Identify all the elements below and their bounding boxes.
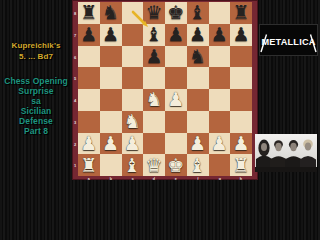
- square-a3: [78, 111, 100, 133]
- black-pawn: ♟: [189, 25, 206, 44]
- square-c2: ♟: [122, 133, 144, 155]
- metallica-logo-text: METALLICA: [261, 37, 315, 47]
- square-g3: [209, 111, 231, 133]
- white-king: ♚: [167, 156, 184, 175]
- black-king: ♚: [167, 3, 184, 22]
- caption-panel: Kupreichik's 5. ... Bd7 Chess Opening Su…: [0, 0, 72, 180]
- square-e3: [165, 111, 187, 133]
- square-a4: [78, 89, 100, 111]
- file-label-e: e: [168, 177, 184, 180]
- white-knight: ♞: [146, 90, 163, 109]
- rank-label-4: 4: [73, 91, 78, 108]
- white-pawn: ♟: [167, 90, 184, 109]
- rank-label-2: 2: [73, 135, 78, 152]
- caption-move: 5. ... Bd7: [0, 51, 72, 62]
- square-a2: ♟: [78, 133, 100, 155]
- square-g4: [209, 89, 231, 111]
- white-pawn: ♟: [211, 134, 228, 153]
- file-label-f: f: [189, 177, 205, 180]
- square-h7: ♟: [230, 24, 252, 46]
- white-queen: ♛: [146, 156, 163, 175]
- square-h3: [230, 111, 252, 133]
- square-d7: ♝: [143, 24, 165, 46]
- white-pawn: ♟: [189, 134, 206, 153]
- square-h6: [230, 46, 252, 68]
- square-d8: ♛: [143, 2, 165, 24]
- caption-series-2: Surprise: [0, 86, 72, 96]
- square-a1: ♜: [78, 154, 100, 176]
- square-d1: ♛: [143, 154, 165, 176]
- square-b6: [100, 46, 122, 68]
- square-e1: ♚: [165, 154, 187, 176]
- square-e2: [165, 133, 187, 155]
- black-pawn: ♟: [146, 47, 163, 66]
- square-a8: ♜: [78, 2, 100, 24]
- black-pawn: ♟: [233, 25, 250, 44]
- square-b1: [100, 154, 122, 176]
- black-knight: ♞: [189, 47, 206, 66]
- caption-series-6: Part 8: [0, 126, 72, 136]
- black-queen: ♛: [146, 3, 163, 22]
- black-pawn: ♟: [167, 25, 184, 44]
- square-f3: [187, 111, 209, 133]
- square-b8: ♞: [100, 2, 122, 24]
- square-g1: [209, 154, 231, 176]
- white-pawn: ♟: [80, 134, 97, 153]
- white-knight: ♞: [124, 112, 141, 131]
- white-bishop: ♝: [189, 156, 206, 175]
- file-label-h: h: [233, 177, 249, 180]
- square-d2: [143, 133, 165, 155]
- white-rook: ♜: [80, 156, 97, 175]
- square-h4: [230, 89, 252, 111]
- black-knight: ♞: [102, 3, 119, 22]
- caption-series-3: sa: [0, 96, 72, 106]
- square-c3: ♞: [122, 111, 144, 133]
- band-photo: [255, 134, 317, 172]
- square-b3: [100, 111, 122, 133]
- square-e4: ♟: [165, 89, 187, 111]
- black-pawn: ♟: [80, 25, 97, 44]
- file-label-b: b: [102, 177, 118, 180]
- file-label-d: d: [146, 177, 162, 180]
- caption-series-1: Chess Opening: [0, 76, 72, 86]
- square-h5: [230, 67, 252, 89]
- rank-label-3: 3: [73, 113, 78, 130]
- square-h1: ♜: [230, 154, 252, 176]
- file-label-g: g: [211, 177, 227, 180]
- square-c8: [122, 2, 144, 24]
- black-bishop: ♝: [189, 3, 206, 22]
- square-g5: [209, 67, 231, 89]
- white-pawn: ♟: [102, 134, 119, 153]
- square-c7: [122, 24, 144, 46]
- square-g2: ♟: [209, 133, 231, 155]
- band-photo-image: [255, 134, 317, 172]
- black-rook: ♜: [80, 3, 97, 22]
- square-d3: [143, 111, 165, 133]
- caption-series-4: Sicilian: [0, 106, 72, 116]
- square-h2: ♟: [230, 133, 252, 155]
- square-a7: ♟: [78, 24, 100, 46]
- square-d6: ♟: [143, 46, 165, 68]
- square-f4: [187, 89, 209, 111]
- rank-label-5: 5: [73, 69, 78, 86]
- caption-series-5: Defense: [0, 116, 72, 126]
- square-c4: [122, 89, 144, 111]
- white-bishop: ♝: [124, 156, 141, 175]
- square-a5: [78, 67, 100, 89]
- metallica-logo-icon: METALLICA: [260, 25, 317, 55]
- square-b7: ♟: [100, 24, 122, 46]
- square-f5: [187, 67, 209, 89]
- square-e7: ♟: [165, 24, 187, 46]
- file-label-a: a: [81, 177, 97, 180]
- rank-label-1: 1: [73, 156, 78, 173]
- chess-board-frame: 87654321 abcdefgh ♜♞♛♚♝♜♟♟♝♟♟♟♟♟♞♞♟♞♟♟♟♟…: [72, 0, 258, 180]
- square-b4: [100, 89, 122, 111]
- square-h8: ♜: [230, 2, 252, 24]
- rank-label-8: 8: [73, 4, 78, 21]
- square-f7: ♟: [187, 24, 209, 46]
- square-b5: [100, 67, 122, 89]
- black-pawn: ♟: [211, 25, 228, 44]
- rank-label-6: 6: [73, 48, 78, 65]
- square-e6: [165, 46, 187, 68]
- square-e8: ♚: [165, 2, 187, 24]
- file-label-c: c: [124, 177, 140, 180]
- square-a6: [78, 46, 100, 68]
- square-b2: ♟: [100, 133, 122, 155]
- square-g8: [209, 2, 231, 24]
- white-pawn: ♟: [233, 134, 250, 153]
- square-c1: ♝: [122, 154, 144, 176]
- file-coordinates: abcdefgh: [78, 176, 252, 180]
- black-rook: ♜: [233, 3, 250, 22]
- white-pawn: ♟: [124, 134, 141, 153]
- black-bishop: ♝: [146, 25, 163, 44]
- square-c6: [122, 46, 144, 68]
- metallica-logo: METALLICA: [259, 24, 318, 56]
- square-f6: ♞: [187, 46, 209, 68]
- rank-label-7: 7: [73, 26, 78, 43]
- caption-spacer: [0, 62, 72, 76]
- white-rook: ♜: [233, 156, 250, 175]
- square-e5: [165, 67, 187, 89]
- square-c5: [122, 67, 144, 89]
- square-g6: [209, 46, 231, 68]
- caption-variation-name: Kupreichik's: [0, 40, 72, 51]
- square-f2: ♟: [187, 133, 209, 155]
- video-thumbnail: { "game": "chess", "position": { "fen": …: [0, 0, 320, 180]
- square-f1: ♝: [187, 154, 209, 176]
- square-f8: ♝: [187, 2, 209, 24]
- chess-board: ♜♞♛♚♝♜♟♟♝♟♟♟♟♟♞♞♟♞♟♟♟♟♟♟♜♝♛♚♝♜: [78, 2, 252, 176]
- square-g7: ♟: [209, 24, 231, 46]
- square-d4: ♞: [143, 89, 165, 111]
- black-pawn: ♟: [102, 25, 119, 44]
- square-d5: [143, 67, 165, 89]
